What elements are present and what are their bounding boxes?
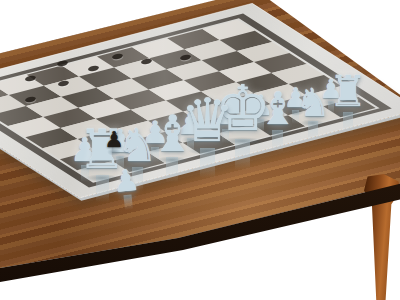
scene: ♜♞♝♛♚♝♞♜♟♟♟♟♟♟♟♟♟♟: [0, 0, 400, 300]
piece-glass-pawn-edge-border-front-of-b1: ♟: [110, 165, 143, 198]
piece-glass-rook-h1: ♜: [327, 70, 370, 113]
piece-dark-pawn-beside-b1: ♟: [103, 129, 125, 151]
